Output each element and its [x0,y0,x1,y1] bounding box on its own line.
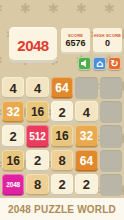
tile-32: 32 [75,125,97,147]
tile-8: 8 [26,174,48,196]
tile-512: 512 [26,125,48,147]
restart-button[interactable]: ↻ [108,57,121,70]
pattern-star-icon: ✱ [0,2,3,15]
tile-2: 2 [75,174,97,196]
tile-2048: 2048 [2,174,24,196]
tile-32: 32 [2,101,24,123]
tile-2: 2 [26,150,48,172]
home-button[interactable]: ⌂ [93,57,106,70]
tile-4: 4 [26,77,48,99]
tile-16: 16 [26,101,48,123]
tile-64: 64 [51,77,73,99]
footer-banner: 2048 PUZZLE WORLD [0,198,124,220]
tile-8: 8 [51,150,73,172]
score-box: SCORE 6576 [61,28,90,54]
app-window: ✱✱✱✱✱✱✱✱✱✱✱✱✱✱✱✱✱✱✱✱✱✱✱✱✱✱✱✱✱✱✱✱✱✱✱✱✱✱✱✱… [0,0,124,220]
pattern-star-icon: ✱ [0,54,3,67]
empty-cell [100,125,122,147]
sound-button[interactable] [78,57,91,70]
tile-2: 2 [51,101,73,123]
pattern-star-icon: ✱ [104,2,115,15]
tile-64: 64 [75,150,97,172]
tile-2: 2 [2,125,24,147]
high-score-box: HIGH SCORE 0 [93,28,122,54]
toolbar: ⌂ ↻ [78,57,121,70]
board-grid[interactable]: 4464321624251216321628642048822 [2,77,122,196]
pattern-star-icon: ✱ [76,2,87,15]
empty-cell [100,174,122,196]
empty-cell [100,77,122,99]
tile-2: 2 [51,174,73,196]
tile-4: 4 [2,77,24,99]
empty-cell [100,101,122,123]
tile-16: 16 [2,150,24,172]
high-score-value: 0 [105,38,110,49]
pattern-star-icon: ✱ [20,2,31,15]
pattern-star-icon: ✱ [48,2,59,15]
tile-4: 4 [75,101,97,123]
speaker-icon [81,60,89,68]
restart-icon: ↻ [110,59,118,69]
logo-tile: 2048 [9,27,57,63]
footer-title: 2048 PUZZLE WORLD [8,204,116,215]
home-icon: ⌂ [96,59,103,69]
tile-16: 16 [51,125,73,147]
empty-cell [100,150,122,172]
logo-text: 2048 [17,37,48,54]
score-value: 6576 [65,38,85,49]
empty-cell [75,77,97,99]
